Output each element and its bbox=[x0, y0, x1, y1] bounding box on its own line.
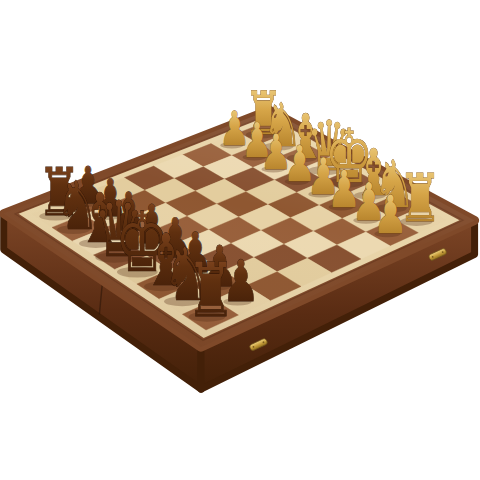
piece-black-rook-h8[interactable]: ♜ bbox=[187, 246, 236, 333]
chess-set-photo: ♜♟♞♟♝♟♛♟♚♟♝♟♟♞♜♟♟♜♞♟♟♝♟♛♟♚♟♝♟♞♟♜ bbox=[0, 0, 480, 480]
chess-board-scene: ♜♟♞♟♝♟♛♟♚♟♝♟♟♞♜♟♟♜♞♟♟♝♟♛♟♚♟♝♟♞♟♜ bbox=[0, 0, 480, 480]
piece-white-pawn-h2[interactable]: ♟ bbox=[373, 184, 408, 246]
